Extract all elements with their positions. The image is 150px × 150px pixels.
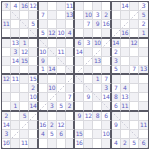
cell-r5c3[interactable]: 1 xyxy=(20,39,29,48)
cell-r16c9[interactable]: 16 xyxy=(75,139,84,148)
cell-r1c3[interactable]: 16 xyxy=(20,2,29,11)
cell-r9c16[interactable] xyxy=(139,75,148,84)
cell-r9c8[interactable] xyxy=(66,75,75,84)
cell-r12c10[interactable] xyxy=(84,102,93,111)
cell-r7c16[interactable] xyxy=(139,57,148,66)
given-digit: 11 xyxy=(3,21,10,27)
cell-r9c10[interactable] xyxy=(84,75,93,84)
cell-r5c9[interactable]: 6 xyxy=(75,39,84,48)
cell-r5c10[interactable]: 3 xyxy=(84,39,93,48)
cell-r14c2[interactable] xyxy=(11,121,20,130)
cell-r13c11[interactable]: 8 xyxy=(93,112,102,121)
cell-r10c12[interactable]: 3 xyxy=(102,84,111,93)
cell-r10c11[interactable] xyxy=(93,84,102,93)
cell-r7c3[interactable]: 15 xyxy=(20,57,29,66)
cell-r16c12[interactable] xyxy=(102,139,111,148)
cell-r2c11[interactable]: 3 xyxy=(93,11,102,20)
cell-r14c8[interactable] xyxy=(66,121,75,130)
cell-r14c4[interactable] xyxy=(29,121,38,130)
cell-r1c7[interactable] xyxy=(57,2,66,11)
cell-r1c1[interactable]: 7 xyxy=(2,2,11,11)
cell-r13c2[interactable] xyxy=(11,112,20,121)
cell-r15c1[interactable]: 3 xyxy=(2,130,11,139)
given-digit: 7 xyxy=(87,21,90,27)
cell-r15c13[interactable] xyxy=(112,130,121,139)
cell-r1c6[interactable] xyxy=(48,2,57,11)
cell-r4c5[interactable]: 5 xyxy=(39,29,48,38)
cell-r2c2[interactable] xyxy=(11,11,20,20)
cell-r15c15[interactable] xyxy=(130,130,139,139)
cell-r8c4[interactable] xyxy=(29,66,38,75)
given-digit: 6 xyxy=(59,131,62,137)
cell-r9c1[interactable]: 12 xyxy=(2,75,11,84)
cell-r3c11[interactable]: 9 xyxy=(93,20,102,29)
cell-r15c3[interactable] xyxy=(20,130,29,139)
cell-r8c1[interactable] xyxy=(2,66,11,75)
cell-r2c4[interactable] xyxy=(29,11,38,20)
cell-r5c15[interactable]: 12 xyxy=(130,39,139,48)
cell-r15c12[interactable]: 10 xyxy=(102,130,111,139)
cell-r8c8[interactable] xyxy=(66,66,75,75)
cell-r7c15[interactable] xyxy=(130,57,139,66)
cell-r7c1[interactable] xyxy=(2,57,11,66)
given-digit: 6 xyxy=(142,140,145,146)
cell-r1c13[interactable] xyxy=(112,2,121,11)
cell-r1c10[interactable] xyxy=(84,2,93,11)
given-digit: 4 xyxy=(114,140,117,146)
cell-r6c2[interactable]: 3 xyxy=(11,48,20,57)
cell-r7c14[interactable] xyxy=(121,57,130,66)
cell-r14c1[interactable]: 14 xyxy=(2,121,11,130)
cell-r1c14[interactable]: 14 xyxy=(121,2,130,11)
cell-r7c7[interactable] xyxy=(57,57,66,66)
cell-r9c15[interactable] xyxy=(130,75,139,84)
cell-r12c3[interactable] xyxy=(20,102,29,111)
cell-r14c14[interactable] xyxy=(121,121,130,130)
cell-r13c15[interactable] xyxy=(130,112,139,121)
cell-r1c5[interactable] xyxy=(39,2,48,11)
given-digit: 13 xyxy=(12,40,19,46)
cell-r4c12[interactable] xyxy=(102,29,111,38)
cell-r2c14[interactable] xyxy=(121,11,130,20)
cell-r2c6[interactable] xyxy=(48,11,57,20)
cell-r2c9[interactable] xyxy=(75,11,84,20)
cell-r15c5[interactable]: 4 xyxy=(39,130,48,139)
cell-r6c13[interactable]: 2 xyxy=(112,48,121,57)
cell-r10c1[interactable] xyxy=(2,84,11,93)
cell-r11c8[interactable]: 7 xyxy=(66,93,75,102)
cell-r13c12[interactable]: 6 xyxy=(102,112,111,121)
cell-r15c4[interactable] xyxy=(29,130,38,139)
cell-r2c13[interactable] xyxy=(112,11,121,20)
cell-r9c12[interactable]: 7 xyxy=(102,75,111,84)
cell-r14c9[interactable] xyxy=(75,121,84,130)
cell-r9c2[interactable]: 11 xyxy=(11,75,20,84)
cell-r14c12[interactable] xyxy=(102,121,111,130)
given-digit: 10 xyxy=(94,40,101,46)
cell-r6c1[interactable] xyxy=(2,48,11,57)
cell-r4c4[interactable] xyxy=(29,29,38,38)
cell-r4c9[interactable] xyxy=(75,29,84,38)
cell-r16c1[interactable]: 10 xyxy=(2,139,11,148)
cell-r3c3[interactable] xyxy=(20,20,29,29)
cell-r12c1[interactable] xyxy=(2,102,11,111)
cell-r1c4[interactable]: 12 xyxy=(29,2,38,11)
cell-r16c6[interactable] xyxy=(48,139,57,148)
cell-r12c12[interactable] xyxy=(102,102,111,111)
cell-r3c4[interactable]: 5 xyxy=(29,20,38,29)
cell-r4c7[interactable]: 10 xyxy=(57,29,66,38)
cell-r11c10[interactable]: 9 xyxy=(84,93,93,102)
cell-r1c2[interactable]: 4 xyxy=(11,2,20,11)
cell-r8c11[interactable] xyxy=(93,66,102,75)
cell-r3c13[interactable] xyxy=(112,20,121,29)
cell-r4c8[interactable]: 4 xyxy=(66,29,75,38)
cell-r12c2[interactable]: 1 xyxy=(11,102,20,111)
given-digit: 5 xyxy=(142,12,145,18)
cell-r15c10[interactable] xyxy=(84,130,93,139)
given-digit: 5 xyxy=(23,113,26,119)
cell-r8c15[interactable]: 7 xyxy=(130,66,139,75)
cell-r15c16[interactable] xyxy=(139,130,148,139)
cell-r13c13[interactable] xyxy=(112,112,121,121)
cell-r11c13[interactable]: 8 xyxy=(112,93,121,102)
cell-r6c15[interactable] xyxy=(130,48,139,57)
cell-r6c11[interactable] xyxy=(93,48,102,57)
given-digit: 1 xyxy=(41,66,44,72)
cell-r14c5[interactable]: 16 xyxy=(39,121,48,130)
cell-r11c3[interactable] xyxy=(20,93,29,102)
cell-r16c3[interactable]: 11 xyxy=(20,139,29,148)
cell-r16c8[interactable] xyxy=(66,139,75,148)
given-digit: 12 xyxy=(130,40,137,46)
cell-r13c7[interactable] xyxy=(57,112,66,121)
cell-r8c3[interactable] xyxy=(20,66,29,75)
cell-r12c4[interactable]: 14 xyxy=(29,102,38,111)
cell-r1c9[interactable] xyxy=(75,2,84,11)
given-digit: 1 xyxy=(23,40,26,46)
cell-r9c7[interactable] xyxy=(57,75,66,84)
cell-r10c4[interactable]: 2 xyxy=(29,84,38,93)
cell-r3c14[interactable] xyxy=(121,20,130,29)
given-digit: 11 xyxy=(66,3,73,9)
cell-r5c11[interactable]: 10 xyxy=(93,39,102,48)
cell-r4c1[interactable] xyxy=(2,29,11,38)
cell-r11c15[interactable] xyxy=(130,93,139,102)
cell-r10c6[interactable]: 10 xyxy=(48,84,57,93)
cell-r10c10[interactable] xyxy=(84,84,93,93)
cell-r9c9[interactable] xyxy=(75,75,84,84)
cell-r4c2[interactable] xyxy=(11,29,20,38)
cell-r5c8[interactable] xyxy=(66,39,75,48)
cell-r9c14[interactable] xyxy=(121,75,130,84)
cell-r9c4[interactable]: 15 xyxy=(29,75,38,84)
cell-r10c13[interactable]: 7 xyxy=(112,84,121,93)
cell-r14c7[interactable]: 12 xyxy=(57,121,66,130)
cell-r4c14[interactable]: 16 xyxy=(121,29,130,38)
cell-r16c2[interactable] xyxy=(11,139,20,148)
cell-r3c10[interactable]: 7 xyxy=(84,20,93,29)
given-digit: 7 xyxy=(132,66,135,72)
cell-r8c7[interactable] xyxy=(57,66,66,75)
given-digit: 1 xyxy=(14,103,17,109)
cell-r12c13[interactable]: 6 xyxy=(112,102,121,111)
cell-r8c10[interactable] xyxy=(84,66,93,75)
cell-r12c5[interactable] xyxy=(39,102,48,111)
cell-r1c11[interactable] xyxy=(93,2,102,11)
cell-r12c14[interactable]: 11 xyxy=(121,102,130,111)
cell-r13c16[interactable] xyxy=(139,112,148,121)
cell-r5c1[interactable] xyxy=(2,39,11,48)
cell-r3c6[interactable] xyxy=(48,20,57,29)
cell-r13c9[interactable]: 9 xyxy=(75,112,84,121)
cell-r7c4[interactable] xyxy=(29,57,38,66)
cell-r9c13[interactable] xyxy=(112,75,121,84)
cell-r16c5[interactable] xyxy=(39,139,48,148)
cell-r4c10[interactable] xyxy=(84,29,93,38)
cell-r15c9[interactable]: 15 xyxy=(75,130,84,139)
cell-r13c8[interactable] xyxy=(66,112,75,121)
cell-r8c13[interactable]: 5 xyxy=(112,66,121,75)
cell-r15c6[interactable]: 5 xyxy=(48,130,57,139)
cell-r5c12[interactable] xyxy=(102,39,111,48)
cell-r10c3[interactable] xyxy=(20,84,29,93)
cell-r2c15[interactable] xyxy=(130,11,139,20)
cell-r5c7[interactable] xyxy=(57,39,66,48)
given-digit: 5 xyxy=(41,30,44,36)
cell-r13c4[interactable] xyxy=(29,112,38,121)
cell-r8c16[interactable]: 13 xyxy=(139,66,148,75)
given-digit: 5 xyxy=(59,103,62,109)
given-digit: 9 xyxy=(114,122,117,128)
cell-r3c5[interactable] xyxy=(39,20,48,29)
cell-r8c12[interactable] xyxy=(102,66,111,75)
cell-r5c13[interactable]: 14 xyxy=(112,39,121,48)
cell-r6c16[interactable] xyxy=(139,48,148,57)
given-digit: 4 xyxy=(41,131,44,137)
cell-r3c8[interactable] xyxy=(66,20,75,29)
given-digit: 16 xyxy=(39,122,46,128)
given-digit: 2 xyxy=(4,113,7,119)
cell-r7c11[interactable]: 13 xyxy=(93,57,102,66)
cell-r9c6[interactable] xyxy=(48,75,57,84)
cell-r2c12[interactable]: 2 xyxy=(102,11,111,20)
cell-r8c14[interactable] xyxy=(121,66,130,75)
cell-r4c16[interactable]: 1 xyxy=(139,29,148,38)
given-digit: 3 xyxy=(142,3,145,9)
cell-r4c15[interactable] xyxy=(130,29,139,38)
cell-r13c1[interactable]: 2 xyxy=(2,112,11,121)
cell-r10c14[interactable]: 4 xyxy=(121,84,130,93)
cell-r14c10[interactable] xyxy=(84,121,93,130)
cell-r8c5[interactable]: 1 xyxy=(39,66,48,75)
cell-r3c12[interactable]: 16 xyxy=(102,20,111,29)
cell-r14c3[interactable] xyxy=(20,121,29,130)
cell-r13c5[interactable] xyxy=(39,112,48,121)
cell-r3c7[interactable] xyxy=(57,20,66,29)
cell-r12c11[interactable] xyxy=(93,102,102,111)
cell-r7c10[interactable] xyxy=(84,57,93,66)
cell-r5c14[interactable] xyxy=(121,39,130,48)
given-digit: 14 xyxy=(121,3,128,9)
cell-r6c6[interactable] xyxy=(48,48,57,57)
cell-r11c9[interactable] xyxy=(75,93,84,102)
cell-r14c16[interactable]: 11 xyxy=(139,121,148,130)
cell-r13c3[interactable]: 5 xyxy=(20,112,29,121)
cell-r10c8[interactable] xyxy=(66,84,75,93)
cell-r1c16[interactable]: 3 xyxy=(139,2,148,11)
cell-r11c16[interactable] xyxy=(139,93,148,102)
cell-r1c12[interactable] xyxy=(102,2,111,11)
given-digit: 16 xyxy=(121,30,128,36)
cell-r4c6[interactable]: 12 xyxy=(48,29,57,38)
cell-r12c9[interactable] xyxy=(75,102,84,111)
cell-r8c6[interactable]: 14 xyxy=(48,66,57,75)
cell-r12c6[interactable]: 3 xyxy=(48,102,57,111)
cell-r13c10[interactable]: 12 xyxy=(84,112,93,121)
cell-r14c6[interactable]: 2 xyxy=(48,121,57,130)
cell-r11c11[interactable] xyxy=(93,93,102,102)
cell-r2c7[interactable] xyxy=(57,11,66,20)
cell-r12c16[interactable] xyxy=(139,102,148,111)
cell-r3c2[interactable] xyxy=(11,20,20,29)
cell-r15c7[interactable]: 6 xyxy=(57,130,66,139)
cell-r5c5[interactable] xyxy=(39,39,48,48)
given-digit: 8 xyxy=(96,113,99,119)
cell-r10c15[interactable] xyxy=(130,84,139,93)
cell-r7c12[interactable] xyxy=(102,57,111,66)
given-digit: 6 xyxy=(77,40,80,46)
cell-r5c6[interactable] xyxy=(48,39,57,48)
given-digit: 14 xyxy=(30,103,37,109)
cell-r16c10[interactable] xyxy=(84,139,93,148)
cell-r7c8[interactable] xyxy=(66,57,75,66)
cell-r6c8[interactable] xyxy=(66,48,75,57)
given-digit: 5 xyxy=(114,66,117,72)
cell-r10c16[interactable] xyxy=(139,84,148,93)
cell-r14c11[interactable] xyxy=(93,121,102,130)
cell-r2c16[interactable]: 5 xyxy=(139,11,148,20)
cell-r16c7[interactable] xyxy=(57,139,66,148)
cell-r3c9[interactable] xyxy=(75,20,84,29)
given-digit: 12 xyxy=(57,122,64,128)
cell-r13c14[interactable] xyxy=(121,112,130,121)
cell-r12c8[interactable]: 2 xyxy=(66,102,75,111)
cell-r6c3[interactable]: 12 xyxy=(20,48,29,57)
given-digit: 14 xyxy=(103,94,110,100)
cell-r2c1[interactable] xyxy=(2,11,11,20)
cell-r6c12[interactable] xyxy=(102,48,111,57)
cell-r15c14[interactable] xyxy=(121,130,130,139)
given-digit: 9 xyxy=(41,58,44,64)
given-digit: 10 xyxy=(103,131,110,137)
cell-r7c2[interactable]: 14 xyxy=(11,57,20,66)
cell-r2c5[interactable]: 7 xyxy=(39,11,48,20)
given-digit: 10 xyxy=(85,12,92,18)
given-digit: 16 xyxy=(76,140,83,146)
cell-r8c2[interactable] xyxy=(11,66,20,75)
cell-r12c7[interactable]: 5 xyxy=(57,102,66,111)
cell-r11c2[interactable] xyxy=(11,93,20,102)
cell-r6c10[interactable] xyxy=(84,48,93,57)
cell-r11c12[interactable]: 14 xyxy=(102,93,111,102)
cell-r6c7[interactable]: 11 xyxy=(57,48,66,57)
cell-r6c4[interactable] xyxy=(29,48,38,57)
cell-r16c16[interactable]: 6 xyxy=(139,139,148,148)
cell-r7c13[interactable]: 3 xyxy=(112,57,121,66)
cell-r3c16[interactable]: 2 xyxy=(139,20,148,29)
cell-r7c9[interactable] xyxy=(75,57,84,66)
cell-r11c14[interactable]: 13 xyxy=(121,93,130,102)
cell-r11c6[interactable] xyxy=(48,93,57,102)
cell-r6c5[interactable]: 10 xyxy=(39,48,48,57)
given-digit: 14 xyxy=(12,58,19,64)
cell-r10c9[interactable] xyxy=(75,84,84,93)
cell-r12c15[interactable] xyxy=(130,102,139,111)
cell-r3c1[interactable]: 11 xyxy=(2,20,11,29)
cell-r13c6[interactable] xyxy=(48,112,57,121)
cell-r6c9[interactable]: 14 xyxy=(75,48,84,57)
cell-r9c11[interactable]: 1 xyxy=(93,75,102,84)
cell-r2c10[interactable]: 10 xyxy=(84,11,93,20)
cell-r16c11[interactable] xyxy=(93,139,102,148)
cell-r14c13[interactable]: 9 xyxy=(112,121,121,130)
cell-r15c11[interactable] xyxy=(93,130,102,139)
cell-r6c14[interactable] xyxy=(121,48,130,57)
given-digit: 13 xyxy=(121,94,128,100)
cell-r9c3[interactable] xyxy=(20,75,29,84)
cell-r10c2[interactable] xyxy=(11,84,20,93)
cell-r2c8[interactable]: 13 xyxy=(66,11,75,20)
cell-r4c11[interactable] xyxy=(93,29,102,38)
cell-r5c16[interactable] xyxy=(139,39,148,48)
cell-r9c5[interactable] xyxy=(39,75,48,84)
cell-r5c4[interactable] xyxy=(29,39,38,48)
cell-r7c5[interactable]: 9 xyxy=(39,57,48,66)
cell-r15c8[interactable] xyxy=(66,130,75,139)
cell-r1c8[interactable]: 11 xyxy=(66,2,75,11)
given-digit: 12 xyxy=(30,3,37,9)
cell-r11c4[interactable]: 10 xyxy=(29,93,38,102)
cell-r11c7[interactable] xyxy=(57,93,66,102)
cell-r10c5[interactable] xyxy=(39,84,48,93)
cell-r16c15[interactable]: 5 xyxy=(130,139,139,148)
cell-r4c13[interactable] xyxy=(112,29,121,38)
cell-r5c2[interactable]: 13 xyxy=(11,39,20,48)
given-digit: 12 xyxy=(3,76,10,82)
given-digit: 9 xyxy=(96,21,99,27)
cell-r7c6[interactable] xyxy=(48,57,57,66)
cell-r4c3[interactable] xyxy=(20,29,29,38)
cell-r16c14[interactable]: 2 xyxy=(121,139,130,148)
given-digit: 1 xyxy=(142,30,145,36)
given-digit: 15 xyxy=(21,58,28,64)
cell-r8c9[interactable] xyxy=(75,66,84,75)
cell-r3c15[interactable] xyxy=(130,20,139,29)
cell-r11c1[interactable] xyxy=(2,93,11,102)
cell-r16c13[interactable]: 4 xyxy=(112,139,121,148)
cell-r2c3[interactable] xyxy=(20,11,29,20)
cell-r11c5[interactable] xyxy=(39,93,48,102)
cell-r1c15[interactable] xyxy=(130,2,139,11)
cell-r15c2[interactable] xyxy=(11,130,20,139)
cell-r16c4[interactable] xyxy=(29,139,38,148)
given-digit: 7 xyxy=(104,76,107,82)
given-digit: 5 xyxy=(50,131,53,137)
cell-r14c15[interactable] xyxy=(130,121,139,130)
cell-r10c7[interactable] xyxy=(57,84,66,93)
given-digit: 2 xyxy=(68,103,71,109)
